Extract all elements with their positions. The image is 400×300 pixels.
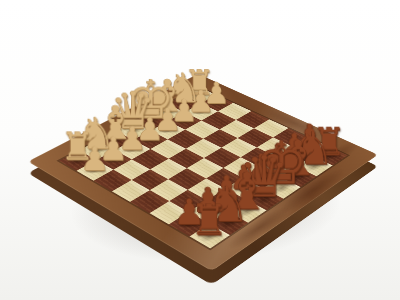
photo-scene: ♜♞♝♛♚♝♞♜♟♟♟♟♟♟♟♟♟♟♟♟♟♟♟♟♜♞♝♛♚♝♞♜: [0, 0, 400, 300]
piece-black-rook-a8: ♜: [171, 199, 247, 241]
chess-board: ♜♞♝♛♚♝♞♜♟♟♟♟♟♟♟♟♟♟♟♟♟♟♟♟♜♞♝♛♚♝♞♜: [28, 74, 378, 272]
perspective-layer: ♜♞♝♛♚♝♞♜♟♟♟♟♟♟♟♟♟♟♟♟♟♟♟♟♜♞♝♛♚♝♞♜: [0, 0, 400, 300]
